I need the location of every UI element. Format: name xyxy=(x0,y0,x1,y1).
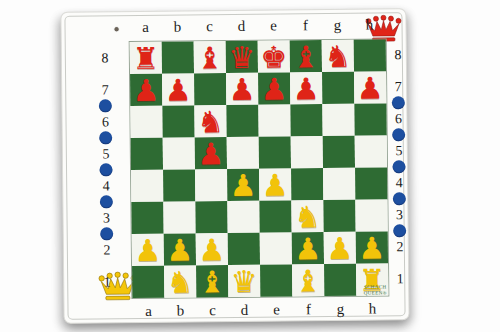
square-g8[interactable]: ♞ xyxy=(322,40,354,72)
square-c8[interactable]: ♝ xyxy=(194,41,226,73)
file-label-c: c xyxy=(193,14,225,40)
blue-dot xyxy=(392,96,405,109)
square-f1[interactable]: ♝ xyxy=(292,264,324,296)
piece-yellow-pawn: ♟ xyxy=(227,169,259,201)
blue-dot xyxy=(393,224,406,237)
rank-labels-right: 87654321 xyxy=(388,39,411,295)
square-d5[interactable] xyxy=(227,137,259,169)
square-a4[interactable] xyxy=(131,170,163,202)
square-f3[interactable]: ♞ xyxy=(291,200,323,232)
square-g6[interactable] xyxy=(322,104,354,136)
square-g4[interactable] xyxy=(323,168,355,200)
brand-logo-line2: QUEEN® xyxy=(364,290,387,296)
square-h6[interactable] xyxy=(354,103,386,135)
piece-red-king: ♚ xyxy=(258,40,290,72)
file-label-b: b xyxy=(161,14,193,40)
square-f8[interactable]: ♝ xyxy=(290,40,322,72)
square-e8[interactable]: ♚ xyxy=(258,40,290,72)
square-h8[interactable] xyxy=(354,39,386,71)
square-c5[interactable]: ♟ xyxy=(195,137,227,169)
file-label-h: h xyxy=(353,12,385,38)
square-a5[interactable] xyxy=(131,138,163,170)
piece-yellow-pawn: ♟ xyxy=(196,233,228,265)
file-label-g: g xyxy=(324,297,356,321)
square-c7[interactable] xyxy=(194,73,226,105)
square-a8[interactable]: ♜ xyxy=(130,42,162,74)
file-label-a: a xyxy=(132,299,164,323)
piece-red-pawn: ♟ xyxy=(290,72,322,104)
demo-chess-board: abcdefgh 87654321 ♜♝♛♚♝♞♟♟♟♟♟♟♞♟♟♟♞♟♟♟♟♟… xyxy=(60,8,409,324)
file-label-f: f xyxy=(289,13,321,39)
square-g2[interactable]: ♟ xyxy=(324,232,356,264)
piece-red-knight: ♞ xyxy=(322,40,354,72)
square-c1[interactable]: ♝ xyxy=(196,265,228,297)
file-label-d: d xyxy=(225,14,257,40)
square-b2[interactable]: ♟ xyxy=(164,233,196,265)
square-c4[interactable] xyxy=(195,169,227,201)
square-e4[interactable]: ♟ xyxy=(259,168,291,200)
piece-red-pawn: ♟ xyxy=(226,73,258,105)
piece-red-pawn: ♟ xyxy=(354,71,386,103)
blue-dot xyxy=(100,195,113,208)
square-d1[interactable]: ♛ xyxy=(228,265,260,297)
file-label-d: d xyxy=(228,298,260,322)
square-a7[interactable]: ♟ xyxy=(130,74,162,106)
piece-red-rook: ♜ xyxy=(130,42,162,74)
file-label-h: h xyxy=(356,296,388,320)
piece-yellow-knight: ♞ xyxy=(291,200,323,232)
square-d8[interactable]: ♛ xyxy=(226,41,258,73)
blue-dot xyxy=(99,131,112,144)
piece-red-pawn: ♟ xyxy=(258,72,290,104)
piece-yellow-knight: ♞ xyxy=(164,265,196,297)
piece-red-bishop: ♝ xyxy=(194,41,226,73)
square-e6[interactable] xyxy=(258,104,290,136)
file-labels-top: abcdefgh xyxy=(129,12,385,41)
square-f5[interactable] xyxy=(291,136,323,168)
square-h7[interactable]: ♟ xyxy=(354,71,386,103)
square-e7[interactable]: ♟ xyxy=(258,72,290,104)
photo-background: abcdefgh 87654321 ♜♝♛♚♝♞♟♟♟♟♟♟♞♟♟♟♞♟♟♟♟♟… xyxy=(0,0,500,332)
piece-red-bishop: ♝ xyxy=(290,40,322,72)
square-g5[interactable] xyxy=(323,136,355,168)
blue-dot xyxy=(392,128,405,141)
square-h3[interactable] xyxy=(355,199,387,231)
square-a1[interactable] xyxy=(132,266,164,298)
piece-yellow-pawn: ♟ xyxy=(324,232,356,264)
square-g3[interactable] xyxy=(323,200,355,232)
square-b1[interactable]: ♞ xyxy=(164,265,196,297)
square-d4[interactable]: ♟ xyxy=(227,169,259,201)
square-b5[interactable] xyxy=(163,137,195,169)
file-label-c: c xyxy=(196,298,228,322)
rank-label-8: 8 xyxy=(388,39,408,71)
pin-hole xyxy=(115,27,119,31)
square-a6[interactable] xyxy=(130,106,162,138)
brand-logo: SCHACH QUEEN® xyxy=(358,284,392,296)
file-label-f: f xyxy=(292,297,324,321)
chess-squares-grid: ♜♝♛♚♝♞♟♟♟♟♟♟♞♟♟♟♞♟♟♟♟♟♟♞♝♛♝♜ xyxy=(130,39,389,298)
square-d3[interactable] xyxy=(227,201,259,233)
piece-yellow-pawn: ♟ xyxy=(164,233,196,265)
square-b7[interactable]: ♟ xyxy=(162,73,194,105)
square-b3[interactable] xyxy=(163,201,195,233)
blue-dot xyxy=(99,163,112,176)
piece-yellow-bishop: ♝ xyxy=(292,264,324,296)
piece-red-knight: ♞ xyxy=(194,105,226,137)
rank-label-1: 1 xyxy=(390,263,410,295)
piece-yellow-pawn: ♟ xyxy=(292,232,324,264)
square-c6[interactable]: ♞ xyxy=(194,105,226,137)
square-e2[interactable] xyxy=(260,232,292,264)
square-a3[interactable] xyxy=(131,202,163,234)
square-b8[interactable] xyxy=(162,41,194,73)
file-label-g: g xyxy=(321,13,353,39)
rank-label-8: 8 xyxy=(88,42,122,74)
piece-yellow-bishop: ♝ xyxy=(196,265,228,297)
piece-yellow-pawn: ♟ xyxy=(356,231,388,263)
square-h4[interactable] xyxy=(355,167,387,199)
file-label-e: e xyxy=(257,13,289,39)
piece-red-queen: ♛ xyxy=(226,41,258,73)
rank-labels-left: 87654321 xyxy=(88,42,125,298)
file-label-e: e xyxy=(260,297,292,321)
rank-label-1: 1 xyxy=(90,266,124,298)
blue-dot xyxy=(393,192,406,205)
square-f2[interactable]: ♟ xyxy=(292,232,324,264)
piece-yellow-pawn: ♟ xyxy=(259,168,291,200)
square-f4[interactable] xyxy=(291,168,323,200)
square-h2[interactable]: ♟ xyxy=(356,231,388,263)
square-e3[interactable] xyxy=(259,200,291,232)
file-label-b: b xyxy=(164,298,196,322)
piece-yellow-queen: ♛ xyxy=(228,265,260,297)
square-f7[interactable]: ♟ xyxy=(290,72,322,104)
square-d6[interactable] xyxy=(226,105,258,137)
piece-red-pawn: ♟ xyxy=(162,73,194,105)
file-label-a: a xyxy=(129,15,161,41)
square-b4[interactable] xyxy=(163,169,195,201)
piece-red-pawn: ♟ xyxy=(195,137,227,169)
square-f6[interactable] xyxy=(290,104,322,136)
square-g1[interactable] xyxy=(324,264,356,296)
file-labels-bottom: abcdefgh xyxy=(132,296,388,320)
square-c3[interactable] xyxy=(195,201,227,233)
square-b6[interactable] xyxy=(162,105,194,137)
blue-dot xyxy=(392,160,405,173)
square-a2[interactable]: ♟ xyxy=(132,234,164,266)
square-e1[interactable] xyxy=(260,264,292,296)
square-d2[interactable] xyxy=(228,233,260,265)
square-d7[interactable]: ♟ xyxy=(226,73,258,105)
blue-dot xyxy=(100,227,113,240)
square-h5[interactable] xyxy=(355,135,387,167)
square-g7[interactable] xyxy=(322,72,354,104)
piece-yellow-pawn: ♟ xyxy=(132,234,164,266)
piece-red-pawn: ♟ xyxy=(130,74,162,106)
square-c2[interactable]: ♟ xyxy=(196,233,228,265)
blue-dot xyxy=(99,99,112,112)
square-e5[interactable] xyxy=(259,136,291,168)
